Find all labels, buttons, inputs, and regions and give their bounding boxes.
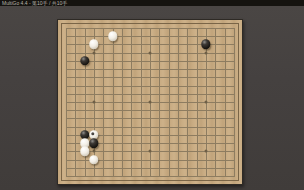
hoshi-point (93, 150, 96, 153)
hoshi-point (149, 51, 152, 54)
hoshi-point (205, 101, 208, 104)
grid-line-vertical (234, 28, 235, 177)
grid-line-vertical (215, 28, 216, 177)
last-move-marker (91, 132, 94, 135)
grid-line-vertical (197, 28, 198, 177)
app-backdrop: 10 / 10 手 (0, 6, 304, 190)
grid-line-horizontal (66, 176, 235, 177)
hoshi-point (93, 51, 96, 54)
navigation-bar: 10 / 10 手 (0, 185, 304, 190)
hoshi-point (93, 101, 96, 104)
hoshi-point (205, 150, 208, 153)
black-stone (89, 138, 98, 147)
hoshi-point (149, 101, 152, 104)
white-stone (80, 147, 89, 156)
go-board[interactable] (57, 19, 243, 185)
white-stone (89, 40, 98, 49)
grid-line-horizontal (66, 127, 235, 128)
grid-line-vertical (169, 28, 170, 177)
black-stone (80, 56, 89, 65)
white-stone (89, 155, 98, 164)
grid-line-vertical (159, 28, 160, 177)
black-stone (201, 40, 210, 49)
hoshi-point (149, 150, 152, 153)
grid-line-vertical (225, 28, 226, 177)
hoshi-point (205, 51, 208, 54)
grid-line-vertical (178, 28, 179, 177)
grid-line-horizontal (66, 168, 235, 169)
grid-line-horizontal (66, 110, 235, 111)
white-stone (108, 32, 117, 41)
grid-line-vertical (187, 28, 188, 177)
grid-line-horizontal (66, 118, 235, 119)
